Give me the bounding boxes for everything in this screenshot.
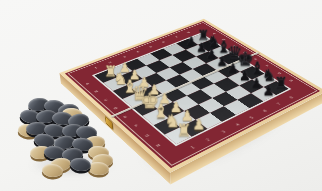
- chess-piece-white: ♜: [176, 123, 191, 140]
- chess-piece-black: ♜: [275, 76, 289, 91]
- coord-label: E: [123, 115, 128, 118]
- chess-piece-black: ♟: [250, 76, 262, 89]
- coord-label: F: [134, 124, 139, 127]
- coord-label: 6: [161, 41, 165, 43]
- checker-disc-light: [42, 163, 64, 177]
- coord-label: 1: [94, 66, 98, 69]
- chess-piece-white: ♟: [192, 118, 205, 133]
- checkers-pile: [14, 96, 118, 180]
- coord-label: H: [156, 143, 162, 147]
- chess-piece-black: ♟: [263, 84, 275, 97]
- coord-label: C: [232, 45, 236, 47]
- product-photo-scene: 12345678 12345678 ABCDEFGH ABCDEFGH ♜♟♟♜…: [0, 0, 322, 191]
- chess-piece-black: ♟: [239, 69, 251, 82]
